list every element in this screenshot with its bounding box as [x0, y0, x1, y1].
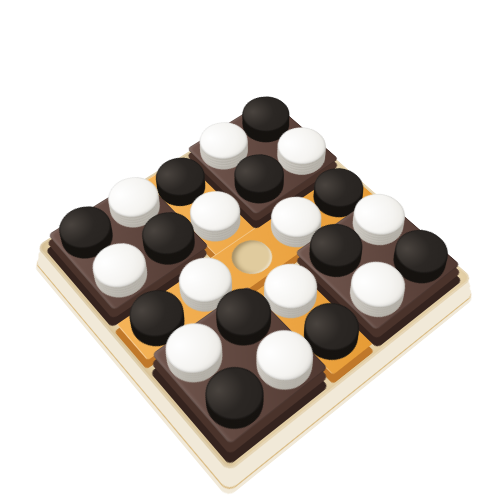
- game-board: [36, 101, 473, 472]
- product-photo-scene: [0, 0, 500, 500]
